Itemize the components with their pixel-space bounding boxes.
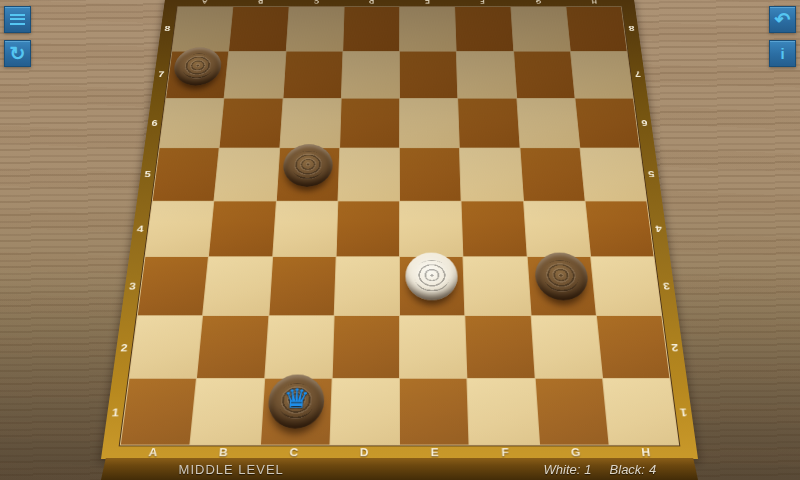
square-A2[interactable] [130,316,203,378]
square-C4[interactable] [273,201,338,256]
square-A6[interactable] [160,99,224,148]
square-H5[interactable] [580,148,646,200]
file-label-E: E [425,0,430,5]
file-label-D: D [360,446,369,459]
square-F4[interactable] [462,201,527,256]
square-F5[interactable] [460,148,523,200]
rank-label-7: 7 [634,69,641,78]
rank-label-5: 5 [648,169,656,179]
piece-black-man-G3[interactable] [533,252,589,300]
file-label-E: E [431,446,439,459]
file-label-C: C [289,446,298,459]
piece-body [406,252,459,300]
menu-icon [10,14,25,25]
restart-button[interactable]: ↻ [4,40,31,67]
undo-button[interactable]: ↶ [769,6,796,33]
black-score: Black:4 [610,462,657,477]
square-B8[interactable] [229,7,288,51]
square-C7[interactable] [283,52,342,98]
piece-black-king-C1[interactable]: ♛ [267,374,325,428]
piece-white-man-E3[interactable] [406,252,459,300]
white-score: White:1 [544,462,592,477]
square-H7[interactable] [571,52,633,98]
score-display: White:1 Black:4 [544,462,657,477]
square-A8[interactable] [172,7,232,51]
file-label-A: A [148,446,158,459]
file-label-B: B [219,446,229,459]
square-A5[interactable] [153,148,219,200]
square-H2[interactable] [597,316,670,378]
piece-black-man-C5[interactable] [282,144,333,187]
square-E2[interactable] [400,316,467,378]
square-B5[interactable] [215,148,279,200]
file-label-H: H [591,0,597,5]
rank-label-2: 2 [671,341,680,353]
piece-body [533,252,589,300]
square-F6[interactable] [458,99,519,148]
square-G8[interactable] [511,7,570,51]
rank-label-8: 8 [164,24,171,33]
square-B6[interactable] [220,99,282,148]
piece-body [172,47,223,85]
square-B4[interactable] [209,201,275,256]
undo-icon: ↶ [775,10,791,29]
checkers-app-screen: { "game": "checkers", "position": { "fen… [0,0,800,480]
rank-label-2: 2 [120,341,129,353]
square-B1[interactable] [191,379,264,445]
square-F8[interactable] [455,7,513,51]
square-E5[interactable] [400,148,461,200]
square-G2[interactable] [531,316,602,378]
black-count: 4 [649,462,656,477]
square-G4[interactable] [524,201,590,256]
square-E6[interactable] [400,99,459,148]
piece-black-man-A7[interactable] [172,47,223,85]
square-F7[interactable] [457,52,516,98]
square-G6[interactable] [517,99,579,148]
square-A3[interactable] [138,257,208,315]
menu-button[interactable] [4,6,31,33]
file-labels-near: ABCDEFGH [117,446,682,459]
square-D5[interactable] [338,148,399,200]
square-F2[interactable] [466,316,535,378]
square-A4[interactable] [146,201,214,256]
square-H6[interactable] [575,99,639,148]
file-label-F: F [481,0,486,5]
file-label-A: A [202,0,208,5]
rank-label-8: 8 [628,24,635,33]
file-label-B: B [258,0,264,5]
square-H1[interactable] [603,379,678,445]
square-H4[interactable] [585,201,653,256]
file-label-G: G [570,446,580,459]
square-D6[interactable] [340,99,399,148]
file-label-F: F [501,446,509,459]
square-G7[interactable] [514,52,575,98]
info-button[interactable]: i [769,40,796,67]
rank-label-1: 1 [111,406,120,419]
square-E8[interactable] [400,7,456,51]
square-D3[interactable] [334,257,399,315]
square-G5[interactable] [520,148,584,200]
square-F1[interactable] [468,379,539,445]
square-H3[interactable] [591,257,661,315]
square-A1[interactable] [121,379,196,445]
file-label-H: H [641,446,651,459]
rank-label-6: 6 [151,118,158,128]
white-count: 1 [584,462,591,477]
square-B3[interactable] [203,257,271,315]
rank-label-6: 6 [641,118,648,128]
file-label-G: G [535,0,541,5]
file-label-D: D [369,0,374,5]
difficulty-level-label: MIDDLE LEVEL [179,462,284,477]
square-G1[interactable] [535,379,608,445]
square-D4[interactable] [336,201,399,256]
square-C6[interactable] [280,99,341,148]
square-B2[interactable] [197,316,268,378]
square-C8[interactable] [286,7,344,51]
king-crown-icon: ♛ [282,384,311,415]
rank-label-4: 4 [655,223,663,234]
rank-label-3: 3 [128,280,136,291]
rank-label-7: 7 [158,69,165,78]
board-front-face: MIDDLE LEVEL White:1 Black:4 [101,458,698,480]
rank-label-5: 5 [144,169,152,179]
rank-label-4: 4 [136,223,144,234]
square-E7[interactable] [400,52,458,98]
square-D2[interactable] [332,316,399,378]
square-E4[interactable] [400,201,463,256]
square-C2[interactable] [265,316,334,378]
checkers-board: 87654321 87654321 ABCDEFGH ABCDEFGH ♛ [101,0,698,459]
square-B7[interactable] [225,52,286,98]
rank-label-3: 3 [662,280,670,291]
square-F3[interactable] [464,257,531,315]
file-label-C: C [313,0,318,5]
restart-icon: ↻ [10,44,26,63]
square-E1[interactable] [400,379,469,445]
square-C3[interactable] [269,257,336,315]
square-D7[interactable] [341,52,399,98]
square-H8[interactable] [566,7,626,51]
rank-label-1: 1 [679,406,688,419]
info-icon: i [780,46,784,61]
piece-body [282,144,333,187]
square-D8[interactable] [343,7,399,51]
square-D1[interactable] [330,379,399,445]
